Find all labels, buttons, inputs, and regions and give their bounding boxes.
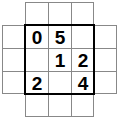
- cell-r3c4[interactable]: 2: [71, 48, 94, 71]
- cell-r4c4[interactable]: 4: [71, 71, 94, 94]
- cell-r5c2[interactable]: [25, 94, 48, 117]
- cell-r3c2[interactable]: [25, 48, 48, 71]
- cell-r2c5[interactable]: [94, 25, 117, 48]
- cell-r2c4[interactable]: [71, 25, 94, 48]
- cell-r2c2[interactable]: 0: [25, 25, 48, 48]
- cell-r1c2[interactable]: [25, 2, 48, 25]
- cell-r1c3[interactable]: [48, 2, 71, 25]
- cell-r3c1[interactable]: [2, 48, 25, 71]
- puzzle-canvas: 051224: [0, 0, 120, 120]
- cell-r1c4[interactable]: [71, 2, 94, 25]
- puzzle-board: 051224: [2, 2, 117, 117]
- cell-r4c3[interactable]: [48, 71, 71, 94]
- cell-r3c3[interactable]: 1: [48, 48, 71, 71]
- cell-r4c2[interactable]: 2: [25, 71, 48, 94]
- cell-r4c1[interactable]: [2, 71, 25, 94]
- cell-r5c4[interactable]: [71, 94, 94, 117]
- cell-r4c5[interactable]: [94, 71, 117, 94]
- cell-r3c5[interactable]: [94, 48, 117, 71]
- cell-r5c3[interactable]: [48, 94, 71, 117]
- cell-r2c3[interactable]: 5: [48, 25, 71, 48]
- cell-r2c1[interactable]: [2, 25, 25, 48]
